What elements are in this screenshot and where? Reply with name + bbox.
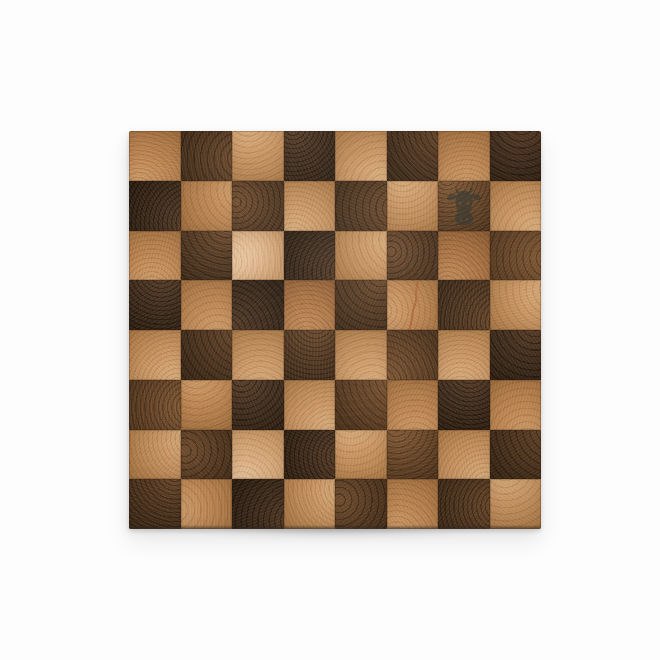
square-c7	[232, 181, 284, 231]
square-g8	[438, 131, 490, 181]
square-h4	[490, 330, 542, 380]
square-h1	[490, 479, 542, 529]
square-h6	[490, 231, 542, 281]
square-f5	[387, 280, 439, 330]
square-g1	[438, 479, 490, 529]
square-b4	[181, 330, 233, 380]
square-b8	[181, 131, 233, 181]
square-h2	[490, 430, 542, 480]
square-e2	[335, 430, 387, 480]
square-g6	[438, 231, 490, 281]
square-g5	[438, 280, 490, 330]
square-b5	[181, 280, 233, 330]
square-f8	[387, 131, 439, 181]
square-g3	[438, 380, 490, 430]
square-d1	[284, 479, 336, 529]
square-a5	[129, 280, 181, 330]
square-a2	[129, 430, 181, 480]
square-c1	[232, 479, 284, 529]
square-h5	[490, 280, 542, 330]
square-c5	[232, 280, 284, 330]
product-photo-canvas	[0, 0, 660, 660]
square-h3	[490, 380, 542, 430]
cow-brand-icon	[438, 181, 490, 231]
square-d6	[284, 231, 336, 281]
square-e8	[335, 131, 387, 181]
square-e3	[335, 380, 387, 430]
square-c8	[232, 131, 284, 181]
square-d7	[284, 181, 336, 231]
square-b7	[181, 181, 233, 231]
square-c4	[232, 330, 284, 380]
square-d3	[284, 380, 336, 430]
square-g2	[438, 430, 490, 480]
square-a6	[129, 231, 181, 281]
square-f2	[387, 430, 439, 480]
square-g7	[438, 181, 490, 231]
crack-mark	[387, 280, 439, 330]
square-b1	[181, 479, 233, 529]
square-e5	[335, 280, 387, 330]
square-b2	[181, 430, 233, 480]
square-c6	[232, 231, 284, 281]
square-f3	[387, 380, 439, 430]
square-a1	[129, 479, 181, 529]
square-c2	[232, 430, 284, 480]
square-e1	[335, 479, 387, 529]
square-e6	[335, 231, 387, 281]
square-f1	[387, 479, 439, 529]
square-a8	[129, 131, 181, 181]
bright-maple-highlight	[232, 231, 284, 281]
square-h8	[490, 131, 542, 181]
square-b6	[181, 231, 233, 281]
square-h7	[490, 181, 542, 231]
square-d8	[284, 131, 336, 181]
square-f6	[387, 231, 439, 281]
square-d2	[284, 430, 336, 480]
square-d4	[284, 330, 336, 380]
square-b3	[181, 380, 233, 430]
square-e7	[335, 181, 387, 231]
square-e4	[335, 330, 387, 380]
square-g4	[438, 330, 490, 380]
square-d5	[284, 280, 336, 330]
square-f7	[387, 181, 439, 231]
square-a7	[129, 181, 181, 231]
square-c3	[232, 380, 284, 430]
square-a3	[129, 380, 181, 430]
chessboard-cutting-board	[129, 131, 541, 529]
square-f4	[387, 330, 439, 380]
square-a4	[129, 330, 181, 380]
